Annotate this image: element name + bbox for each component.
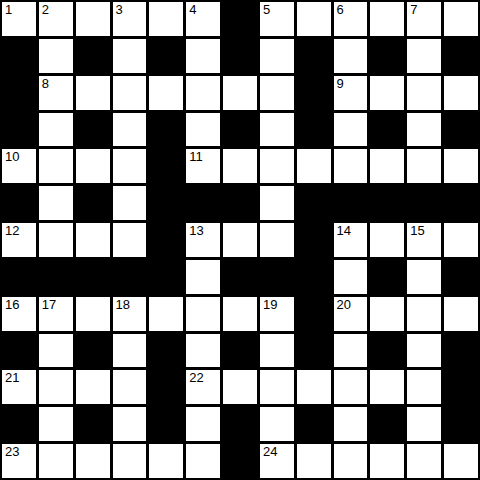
blocked-cell bbox=[297, 407, 331, 441]
crossword-cell[interactable]: 6 bbox=[334, 2, 368, 36]
crossword-cell[interactable] bbox=[334, 149, 368, 183]
clue-number: 17 bbox=[42, 297, 56, 312]
crossword-cell[interactable] bbox=[39, 149, 73, 183]
blocked-cell bbox=[76, 39, 110, 73]
crossword-cell[interactable] bbox=[334, 444, 368, 478]
blocked-cell bbox=[76, 186, 110, 220]
crossword-cell[interactable] bbox=[223, 223, 257, 257]
blocked-cell bbox=[2, 186, 36, 220]
crossword-cell[interactable] bbox=[113, 39, 147, 73]
crossword-cell[interactable] bbox=[407, 334, 441, 368]
crossword-cell[interactable] bbox=[149, 76, 183, 110]
crossword-cell[interactable]: 10 bbox=[2, 149, 36, 183]
blocked-cell bbox=[444, 113, 478, 147]
crossword-cell[interactable] bbox=[113, 334, 147, 368]
clue-number: 16 bbox=[5, 297, 19, 312]
blocked-cell bbox=[76, 113, 110, 147]
crossword-cell[interactable] bbox=[186, 297, 220, 331]
blocked-cell bbox=[370, 186, 404, 220]
crossword-cell[interactable]: 13 bbox=[186, 223, 220, 257]
blocked-cell bbox=[334, 186, 368, 220]
crossword-cell[interactable] bbox=[370, 223, 404, 257]
clue-number: 19 bbox=[263, 297, 277, 312]
crossword-cell[interactable]: 9 bbox=[334, 76, 368, 110]
crossword-cell[interactable] bbox=[186, 76, 220, 110]
blocked-cell bbox=[76, 407, 110, 441]
crossword-cell[interactable] bbox=[76, 149, 110, 183]
crossword-cell[interactable]: 7 bbox=[407, 2, 441, 36]
crossword-cell[interactable] bbox=[76, 370, 110, 404]
crossword-cell[interactable] bbox=[407, 149, 441, 183]
crossword-cell[interactable]: 5 bbox=[260, 2, 294, 36]
crossword-cell[interactable] bbox=[186, 39, 220, 73]
crossword-cell[interactable] bbox=[370, 2, 404, 36]
crossword-cell[interactable] bbox=[260, 39, 294, 73]
blocked-cell bbox=[223, 407, 257, 441]
crossword-cell[interactable] bbox=[39, 334, 73, 368]
crossword-cell[interactable] bbox=[113, 113, 147, 147]
crossword-cell[interactable] bbox=[334, 370, 368, 404]
crossword-cell[interactable]: 12 bbox=[2, 223, 36, 257]
blocked-cell bbox=[223, 186, 257, 220]
crossword-cell[interactable] bbox=[186, 407, 220, 441]
crossword-cell[interactable] bbox=[407, 297, 441, 331]
crossword-cell[interactable]: 14 bbox=[334, 223, 368, 257]
clue-number: 23 bbox=[5, 444, 19, 459]
clue-number: 20 bbox=[337, 297, 351, 312]
crossword-cell[interactable] bbox=[370, 444, 404, 478]
crossword-cell[interactable] bbox=[407, 407, 441, 441]
clue-number: 18 bbox=[116, 297, 130, 312]
crossword-cell[interactable] bbox=[297, 370, 331, 404]
crossword-cell[interactable] bbox=[223, 297, 257, 331]
clue-number: 24 bbox=[263, 444, 277, 459]
clue-number: 9 bbox=[337, 76, 344, 91]
crossword-cell[interactable] bbox=[260, 223, 294, 257]
crossword-cell[interactable] bbox=[186, 444, 220, 478]
blocked-cell bbox=[2, 113, 36, 147]
crossword-cell[interactable] bbox=[370, 76, 404, 110]
crossword-cell[interactable] bbox=[370, 370, 404, 404]
blocked-cell bbox=[370, 113, 404, 147]
crossword-cell[interactable] bbox=[223, 149, 257, 183]
crossword-cell[interactable] bbox=[260, 407, 294, 441]
blocked-cell bbox=[149, 186, 183, 220]
crossword-cell[interactable] bbox=[444, 297, 478, 331]
crossword-cell[interactable]: 22 bbox=[186, 370, 220, 404]
blocked-cell bbox=[2, 260, 36, 294]
crossword-cell[interactable] bbox=[370, 149, 404, 183]
blocked-cell bbox=[149, 370, 183, 404]
blocked-cell bbox=[444, 334, 478, 368]
blocked-cell bbox=[444, 39, 478, 73]
crossword-cell[interactable]: 1 bbox=[2, 2, 36, 36]
crossword-cell[interactable]: 23 bbox=[2, 444, 36, 478]
crossword-cell[interactable] bbox=[297, 2, 331, 36]
crossword-cell[interactable] bbox=[39, 113, 73, 147]
clue-number: 22 bbox=[189, 370, 203, 385]
crossword-cell[interactable] bbox=[223, 76, 257, 110]
crossword-cell[interactable] bbox=[113, 444, 147, 478]
crossword-cell[interactable] bbox=[260, 149, 294, 183]
crossword-cell[interactable] bbox=[149, 444, 183, 478]
crossword-cell[interactable] bbox=[334, 260, 368, 294]
clue-number: 2 bbox=[42, 2, 49, 17]
crossword-cell[interactable] bbox=[39, 407, 73, 441]
clue-number: 15 bbox=[410, 223, 424, 238]
crossword-cell[interactable] bbox=[444, 444, 478, 478]
crossword-cell[interactable] bbox=[113, 370, 147, 404]
clue-number: 1 bbox=[5, 2, 12, 17]
crossword-cell[interactable] bbox=[407, 76, 441, 110]
crossword-cell[interactable] bbox=[407, 370, 441, 404]
blocked-cell bbox=[444, 370, 478, 404]
crossword-cell[interactable] bbox=[113, 186, 147, 220]
blocked-cell bbox=[260, 260, 294, 294]
blocked-cell bbox=[149, 149, 183, 183]
blocked-cell bbox=[297, 39, 331, 73]
crossword-cell[interactable] bbox=[334, 407, 368, 441]
crossword-cell[interactable] bbox=[260, 186, 294, 220]
crossword-cell[interactable] bbox=[76, 223, 110, 257]
crossword-cell[interactable] bbox=[149, 297, 183, 331]
crossword-cell[interactable] bbox=[334, 334, 368, 368]
crossword-grid: 123456789101112131415161718192021222324 bbox=[0, 0, 480, 480]
crossword-cell[interactable] bbox=[260, 370, 294, 404]
blocked-cell bbox=[223, 334, 257, 368]
blocked-cell bbox=[113, 260, 147, 294]
blocked-cell bbox=[149, 407, 183, 441]
blocked-cell bbox=[370, 407, 404, 441]
crossword-cell[interactable] bbox=[113, 223, 147, 257]
clue-number: 21 bbox=[5, 370, 19, 385]
clue-number: 5 bbox=[263, 2, 270, 17]
blocked-cell bbox=[2, 39, 36, 73]
clue-number: 10 bbox=[5, 149, 19, 164]
crossword-cell[interactable] bbox=[444, 149, 478, 183]
clue-number: 12 bbox=[5, 223, 19, 238]
crossword-cell[interactable] bbox=[39, 370, 73, 404]
crossword-cell[interactable]: 18 bbox=[113, 297, 147, 331]
blocked-cell bbox=[149, 334, 183, 368]
blocked-cell bbox=[223, 2, 257, 36]
blocked-cell bbox=[186, 186, 220, 220]
crossword-cell[interactable] bbox=[113, 76, 147, 110]
clue-number: 6 bbox=[337, 2, 344, 17]
crossword-cell[interactable]: 24 bbox=[260, 444, 294, 478]
blocked-cell bbox=[149, 39, 183, 73]
crossword-cell[interactable] bbox=[39, 186, 73, 220]
blocked-cell bbox=[370, 334, 404, 368]
blocked-cell bbox=[149, 223, 183, 257]
crossword-cell[interactable]: 4 bbox=[186, 2, 220, 36]
crossword-cell[interactable] bbox=[113, 407, 147, 441]
blocked-cell bbox=[76, 334, 110, 368]
crossword-cell[interactable] bbox=[407, 39, 441, 73]
crossword-cell[interactable] bbox=[444, 2, 478, 36]
crossword-cell[interactable] bbox=[39, 223, 73, 257]
crossword-cell[interactable] bbox=[113, 149, 147, 183]
crossword-cell[interactable] bbox=[260, 113, 294, 147]
crossword-cell[interactable] bbox=[186, 260, 220, 294]
crossword-cell[interactable] bbox=[76, 444, 110, 478]
crossword-cell[interactable] bbox=[223, 370, 257, 404]
blocked-cell bbox=[223, 39, 257, 73]
blocked-cell bbox=[149, 260, 183, 294]
blocked-cell bbox=[370, 260, 404, 294]
crossword-cell[interactable]: 20 bbox=[334, 297, 368, 331]
crossword-cell[interactable] bbox=[39, 444, 73, 478]
crossword-cell[interactable] bbox=[149, 2, 183, 36]
clue-number: 7 bbox=[410, 2, 417, 17]
blocked-cell bbox=[407, 186, 441, 220]
crossword-cell[interactable] bbox=[186, 113, 220, 147]
crossword-cell[interactable] bbox=[76, 297, 110, 331]
crossword-cell[interactable]: 19 bbox=[260, 297, 294, 331]
crossword-cell[interactable] bbox=[76, 2, 110, 36]
crossword-cell[interactable] bbox=[407, 260, 441, 294]
crossword-cell[interactable] bbox=[407, 444, 441, 478]
crossword-cell[interactable] bbox=[76, 76, 110, 110]
blocked-cell bbox=[149, 113, 183, 147]
blocked-cell bbox=[2, 76, 36, 110]
crossword-cell[interactable]: 8 bbox=[39, 76, 73, 110]
blocked-cell bbox=[444, 260, 478, 294]
blocked-cell bbox=[39, 260, 73, 294]
crossword-cell[interactable]: 21 bbox=[2, 370, 36, 404]
blocked-cell bbox=[444, 186, 478, 220]
blocked-cell bbox=[76, 260, 110, 294]
clue-number: 8 bbox=[42, 76, 49, 91]
crossword-cell[interactable] bbox=[260, 334, 294, 368]
blocked-cell bbox=[297, 76, 331, 110]
blocked-cell bbox=[444, 407, 478, 441]
blocked-cell bbox=[297, 113, 331, 147]
blocked-cell bbox=[370, 39, 404, 73]
blocked-cell bbox=[297, 260, 331, 294]
crossword-cell[interactable]: 11 bbox=[186, 149, 220, 183]
crossword-cell[interactable] bbox=[297, 444, 331, 478]
crossword-cell[interactable] bbox=[334, 39, 368, 73]
crossword-cell[interactable] bbox=[334, 113, 368, 147]
clue-number: 3 bbox=[116, 2, 123, 17]
blocked-cell bbox=[297, 186, 331, 220]
clue-number: 4 bbox=[189, 2, 196, 17]
clue-number: 13 bbox=[189, 223, 203, 238]
crossword-cell[interactable] bbox=[186, 334, 220, 368]
blocked-cell bbox=[297, 334, 331, 368]
blocked-cell bbox=[297, 223, 331, 257]
blocked-cell bbox=[223, 260, 257, 294]
blocked-cell bbox=[297, 297, 331, 331]
crossword-cell[interactable] bbox=[39, 39, 73, 73]
crossword-cell[interactable]: 16 bbox=[2, 297, 36, 331]
crossword-cell[interactable] bbox=[370, 297, 404, 331]
blocked-cell bbox=[223, 444, 257, 478]
blocked-cell bbox=[223, 113, 257, 147]
clue-number: 14 bbox=[337, 223, 351, 238]
blocked-cell bbox=[2, 334, 36, 368]
crossword-cell[interactable]: 15 bbox=[407, 223, 441, 257]
crossword-cell[interactable] bbox=[297, 149, 331, 183]
blocked-cell bbox=[2, 407, 36, 441]
crossword-cell[interactable]: 17 bbox=[39, 297, 73, 331]
crossword-cell[interactable]: 2 bbox=[39, 2, 73, 36]
crossword-cell[interactable] bbox=[260, 76, 294, 110]
crossword-cell[interactable] bbox=[444, 223, 478, 257]
clue-number: 11 bbox=[189, 149, 203, 164]
crossword-cell[interactable] bbox=[444, 76, 478, 110]
crossword-cell[interactable]: 3 bbox=[113, 2, 147, 36]
crossword-cell[interactable] bbox=[407, 113, 441, 147]
